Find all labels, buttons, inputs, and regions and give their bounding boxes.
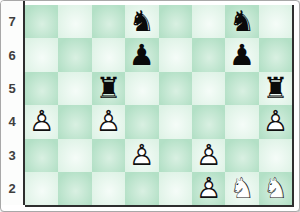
square-a5[interactable] <box>25 72 58 105</box>
square-a7[interactable] <box>25 5 58 38</box>
square-f4[interactable] <box>192 105 225 138</box>
black-rook-c5[interactable]: ♜ <box>92 72 125 105</box>
square-b7[interactable] <box>58 5 91 38</box>
square-d7[interactable]: ♞ <box>125 5 158 38</box>
square-f2[interactable]: ♟♙ <box>192 172 225 205</box>
white-pawn-d3[interactable]: ♟♙ <box>125 139 158 172</box>
square-c6[interactable] <box>92 38 125 71</box>
board: ♞♞♟♟♜♜♟♙♟♙♟♙♟♙♟♙♟♙♞♘♞♘ <box>25 5 294 207</box>
rook-icon: ♜ <box>95 74 121 103</box>
square-c5[interactable]: ♜ <box>92 72 125 105</box>
black-knight-d7[interactable]: ♞ <box>125 5 158 38</box>
chess-diagram: 765432 ♞♞♟♟♜♜♟♙♟♙♟♙♟♙♟♙♟♙♞♘♞♘ <box>1 1 299 207</box>
square-g6[interactable]: ♟ <box>225 38 258 71</box>
square-d5[interactable] <box>125 72 158 105</box>
square-f5[interactable] <box>192 72 225 105</box>
square-c3[interactable] <box>92 139 125 172</box>
square-e5[interactable] <box>159 72 192 105</box>
square-g7[interactable]: ♞ <box>225 5 258 38</box>
square-a6[interactable] <box>25 38 58 71</box>
square-b2[interactable] <box>58 172 91 205</box>
square-a2[interactable] <box>25 172 58 205</box>
square-d2[interactable] <box>125 172 158 205</box>
square-h5[interactable]: ♜ <box>259 72 292 105</box>
square-a4[interactable]: ♟♙ <box>25 105 58 138</box>
square-c4[interactable]: ♟♙ <box>92 105 125 138</box>
knight-icon: ♞ <box>229 7 255 36</box>
black-pawn-d6[interactable]: ♟ <box>125 38 158 71</box>
white-pawn-h4[interactable]: ♟♙ <box>259 105 292 138</box>
white-pawn-a4[interactable]: ♟♙ <box>25 105 58 138</box>
square-f7[interactable] <box>192 5 225 38</box>
rank-label-5: 5 <box>1 72 23 105</box>
square-g3[interactable] <box>225 139 258 172</box>
square-d3[interactable]: ♟♙ <box>125 139 158 172</box>
rank-label-4: 4 <box>1 105 23 138</box>
square-g2[interactable]: ♞♘ <box>225 172 258 205</box>
pawn-icon: ♙ <box>262 107 288 136</box>
square-b3[interactable] <box>58 139 91 172</box>
square-g5[interactable] <box>225 72 258 105</box>
rook-icon: ♜ <box>262 74 288 103</box>
square-d6[interactable]: ♟ <box>125 38 158 71</box>
rank-label-3: 3 <box>1 139 23 172</box>
knight-icon: ♞ <box>129 7 155 36</box>
square-h3[interactable] <box>259 139 292 172</box>
square-b5[interactable] <box>58 72 91 105</box>
square-d4[interactable] <box>125 105 158 138</box>
square-c7[interactable] <box>92 5 125 38</box>
square-b6[interactable] <box>58 38 91 71</box>
square-e6[interactable] <box>159 38 192 71</box>
white-knight-h2[interactable]: ♞♘ <box>259 172 292 205</box>
square-b4[interactable] <box>58 105 91 138</box>
chess-diagram-card: 765432 ♞♞♟♟♜♜♟♙♟♙♟♙♟♙♟♙♟♙♞♘♞♘ <box>0 0 300 212</box>
pawn-icon: ♙ <box>196 141 222 170</box>
black-pawn-g6[interactable]: ♟ <box>225 38 258 71</box>
pawn-icon: ♟ <box>129 41 155 70</box>
rank-labels: 765432 <box>1 1 25 205</box>
pawn-icon: ♙ <box>29 107 55 136</box>
knight-icon: ♘ <box>262 174 288 203</box>
square-h7[interactable] <box>259 5 292 38</box>
rank-label-6: 6 <box>1 38 23 71</box>
square-e4[interactable] <box>159 105 192 138</box>
square-f3[interactable]: ♟♙ <box>192 139 225 172</box>
square-g4[interactable] <box>225 105 258 138</box>
pawn-icon: ♙ <box>129 141 155 170</box>
pawn-icon: ♙ <box>196 174 222 203</box>
pawn-icon: ♟ <box>229 41 255 70</box>
white-pawn-f3[interactable]: ♟♙ <box>192 139 225 172</box>
square-e2[interactable] <box>159 172 192 205</box>
square-h6[interactable] <box>259 38 292 71</box>
white-pawn-c4[interactable]: ♟♙ <box>92 105 125 138</box>
rank-label-7: 7 <box>1 5 23 38</box>
knight-icon: ♘ <box>229 174 255 203</box>
black-rook-h5[interactable]: ♜ <box>259 72 292 105</box>
square-h2[interactable]: ♞♘ <box>259 172 292 205</box>
rank-label-2: 2 <box>1 172 23 205</box>
square-e3[interactable] <box>159 139 192 172</box>
white-knight-g2[interactable]: ♞♘ <box>225 172 258 205</box>
square-c2[interactable] <box>92 172 125 205</box>
square-a3[interactable] <box>25 139 58 172</box>
square-f6[interactable] <box>192 38 225 71</box>
pawn-icon: ♙ <box>95 107 121 136</box>
square-h4[interactable]: ♟♙ <box>259 105 292 138</box>
white-pawn-f2[interactable]: ♟♙ <box>192 172 225 205</box>
square-e7[interactable] <box>159 5 192 38</box>
black-knight-g7[interactable]: ♞ <box>225 5 258 38</box>
